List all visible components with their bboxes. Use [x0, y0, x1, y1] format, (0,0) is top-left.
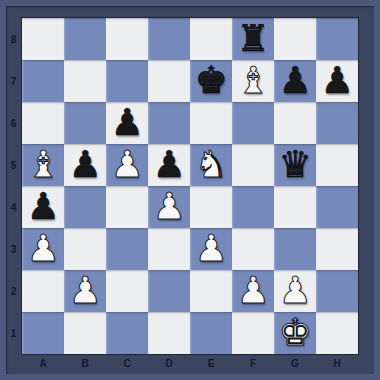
- square-g3[interactable]: [274, 228, 316, 270]
- square-d3[interactable]: [148, 228, 190, 270]
- rank-labels: 87654321: [5, 18, 22, 354]
- square-b1[interactable]: [64, 312, 106, 354]
- black-pawn-g7[interactable]: ♟: [278, 60, 311, 102]
- square-g8[interactable]: [274, 18, 316, 60]
- file-labels: ABCDEFGH: [22, 354, 358, 373]
- square-d1[interactable]: [148, 312, 190, 354]
- square-c6[interactable]: ♟: [106, 102, 148, 144]
- board: ♜♚♝♟♟♟♝♟♟♟♞♛♟♟♟♟♟♟♟♚: [22, 18, 358, 354]
- file-label-b: B: [64, 354, 106, 373]
- square-f6[interactable]: [232, 102, 274, 144]
- square-c3[interactable]: [106, 228, 148, 270]
- square-c5[interactable]: ♟: [106, 144, 148, 186]
- square-h5[interactable]: [316, 144, 358, 186]
- file-label-h: H: [316, 354, 358, 373]
- square-a8[interactable]: [22, 18, 64, 60]
- square-e7[interactable]: ♚: [190, 60, 232, 102]
- black-pawn-d5[interactable]: ♟: [152, 144, 185, 186]
- square-f2[interactable]: ♟: [232, 270, 274, 312]
- square-b7[interactable]: [64, 60, 106, 102]
- black-pawn-h7[interactable]: ♟: [320, 60, 353, 102]
- square-h2[interactable]: [316, 270, 358, 312]
- square-b4[interactable]: [64, 186, 106, 228]
- rank-label-4: 4: [5, 186, 22, 228]
- square-f1[interactable]: [232, 312, 274, 354]
- file-label-c: C: [106, 354, 148, 373]
- white-pawn-g2[interactable]: ♟: [278, 270, 311, 312]
- square-g5[interactable]: ♛: [274, 144, 316, 186]
- black-pawn-c6[interactable]: ♟: [110, 102, 143, 144]
- rank-label-5: 5: [5, 144, 22, 186]
- square-d7[interactable]: [148, 60, 190, 102]
- square-f3[interactable]: [232, 228, 274, 270]
- file-label-g: G: [274, 354, 316, 373]
- white-pawn-b2[interactable]: ♟: [68, 270, 101, 312]
- square-f5[interactable]: [232, 144, 274, 186]
- square-a2[interactable]: [22, 270, 64, 312]
- white-pawn-d4[interactable]: ♟: [152, 186, 185, 228]
- rank-label-2: 2: [5, 270, 22, 312]
- file-label-e: E: [190, 354, 232, 373]
- square-d8[interactable]: [148, 18, 190, 60]
- square-h3[interactable]: [316, 228, 358, 270]
- square-f4[interactable]: [232, 186, 274, 228]
- square-g7[interactable]: ♟: [274, 60, 316, 102]
- square-d4[interactable]: ♟: [148, 186, 190, 228]
- square-a5[interactable]: ♝: [22, 144, 64, 186]
- square-g4[interactable]: [274, 186, 316, 228]
- square-a3[interactable]: ♟: [22, 228, 64, 270]
- square-h6[interactable]: [316, 102, 358, 144]
- board-frame: 87654321 ABCDEFGH ♜♚♝♟♟♟♝♟♟♟♞♛♟♟♟♟♟♟♟♚: [0, 0, 380, 380]
- square-b6[interactable]: [64, 102, 106, 144]
- square-b3[interactable]: [64, 228, 106, 270]
- square-g6[interactable]: [274, 102, 316, 144]
- square-b5[interactable]: ♟: [64, 144, 106, 186]
- square-c7[interactable]: [106, 60, 148, 102]
- square-b2[interactable]: ♟: [64, 270, 106, 312]
- square-g2[interactable]: ♟: [274, 270, 316, 312]
- black-rook-f8[interactable]: ♜: [236, 18, 269, 60]
- white-bishop-f7[interactable]: ♝: [236, 60, 269, 102]
- black-pawn-a4[interactable]: ♟: [26, 186, 59, 228]
- square-e4[interactable]: [190, 186, 232, 228]
- rank-label-8: 8: [5, 18, 22, 60]
- square-c1[interactable]: [106, 312, 148, 354]
- square-d6[interactable]: [148, 102, 190, 144]
- square-e3[interactable]: ♟: [190, 228, 232, 270]
- square-e2[interactable]: [190, 270, 232, 312]
- square-c4[interactable]: [106, 186, 148, 228]
- square-h4[interactable]: [316, 186, 358, 228]
- square-e8[interactable]: [190, 18, 232, 60]
- file-label-d: D: [148, 354, 190, 373]
- black-queen-g5[interactable]: ♛: [278, 144, 311, 186]
- square-h7[interactable]: ♟: [316, 60, 358, 102]
- rank-label-1: 1: [5, 312, 22, 354]
- white-pawn-a3[interactable]: ♟: [26, 228, 59, 270]
- file-label-f: F: [232, 354, 274, 373]
- rank-label-6: 6: [5, 102, 22, 144]
- square-d2[interactable]: [148, 270, 190, 312]
- square-c8[interactable]: [106, 18, 148, 60]
- black-king-e7[interactable]: ♚: [194, 60, 227, 102]
- square-f8[interactable]: ♜: [232, 18, 274, 60]
- square-f7[interactable]: ♝: [232, 60, 274, 102]
- square-b8[interactable]: [64, 18, 106, 60]
- square-g1[interactable]: ♚: [274, 312, 316, 354]
- rank-label-7: 7: [5, 60, 22, 102]
- square-d5[interactable]: ♟: [148, 144, 190, 186]
- white-pawn-f2[interactable]: ♟: [236, 270, 269, 312]
- square-e1[interactable]: [190, 312, 232, 354]
- square-a7[interactable]: [22, 60, 64, 102]
- black-pawn-b5[interactable]: ♟: [68, 144, 101, 186]
- file-label-a: A: [22, 354, 64, 373]
- white-pawn-c5[interactable]: ♟: [110, 144, 143, 186]
- square-a6[interactable]: [22, 102, 64, 144]
- white-king-g1[interactable]: ♚: [278, 312, 311, 354]
- square-e5[interactable]: ♞: [190, 144, 232, 186]
- rank-label-3: 3: [5, 228, 22, 270]
- square-e6[interactable]: [190, 102, 232, 144]
- white-bishop-a5[interactable]: ♝: [26, 144, 59, 186]
- square-h8[interactable]: [316, 18, 358, 60]
- white-pawn-e3[interactable]: ♟: [194, 228, 227, 270]
- square-h1[interactable]: [316, 312, 358, 354]
- white-knight-e5[interactable]: ♞: [194, 144, 227, 186]
- square-c2[interactable]: [106, 270, 148, 312]
- square-a4[interactable]: ♟: [22, 186, 64, 228]
- square-a1[interactable]: [22, 312, 64, 354]
